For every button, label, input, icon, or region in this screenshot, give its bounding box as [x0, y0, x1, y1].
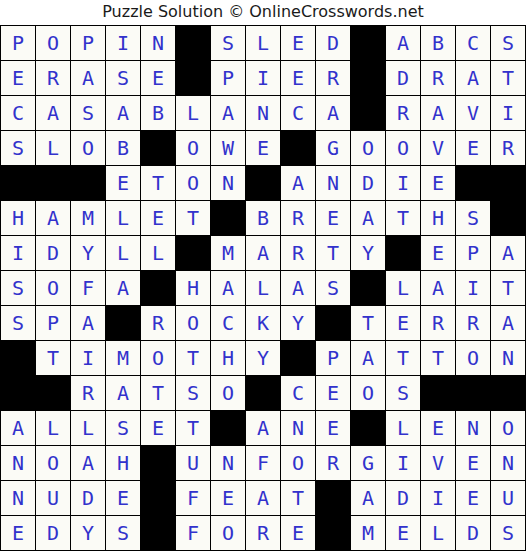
grid-cell-r4c14: E: [456, 131, 490, 165]
grid-cell-r14c8: A: [246, 481, 280, 515]
grid-cell-r1c5: N: [141, 26, 175, 60]
grid-cell-r10c5: O: [141, 341, 175, 375]
grid-cell-r12c9: N: [281, 411, 315, 445]
grid-cell-r7c11: Y: [351, 236, 385, 270]
grid-cell-r1c4: I: [106, 26, 140, 60]
black-cell-r14c10: [316, 481, 350, 515]
grid-cell-r13c1: N: [1, 446, 35, 480]
grid-cell-r4c3: O: [71, 131, 105, 165]
black-cell-r2c6: [176, 61, 210, 95]
grid-cell-r3c12: R: [386, 96, 420, 130]
grid-cell-r3c15: I: [491, 96, 525, 130]
grid-cell-r15c6: F: [176, 516, 210, 550]
grid-cell-r13c9: O: [281, 446, 315, 480]
grid-cell-r1c7: S: [211, 26, 245, 60]
black-cell-r5c3: [71, 166, 105, 200]
grid-cell-r1c1: P: [1, 26, 35, 60]
grid-cell-r6c12: T: [386, 201, 420, 235]
grid-cell-r8c10: S: [316, 271, 350, 305]
grid-cell-r6c13: H: [421, 201, 455, 235]
grid-cell-r4c8: E: [246, 131, 280, 165]
puzzle-solution-page: Puzzle Solution © OnlineCrosswords.net P…: [0, 0, 526, 551]
grid-cell-r4c4: B: [106, 131, 140, 165]
grid-cell-r7c4: L: [106, 236, 140, 270]
grid-cell-r12c8: A: [246, 411, 280, 445]
grid-cell-r15c3: Y: [71, 516, 105, 550]
grid-cell-r12c1: A: [1, 411, 35, 445]
black-cell-r11c8: [246, 376, 280, 410]
grid-cell-r15c13: L: [421, 516, 455, 550]
grid-cell-r14c11: A: [351, 481, 385, 515]
grid-cell-r9c1: S: [1, 306, 35, 340]
grid-cell-r2c7: P: [211, 61, 245, 95]
grid-cell-r6c5: E: [141, 201, 175, 235]
grid-cell-r14c6: F: [176, 481, 210, 515]
grid-cell-r15c9: E: [281, 516, 315, 550]
grid-cell-r15c15: S: [491, 516, 525, 550]
grid-cell-r11c3: R: [71, 376, 105, 410]
grid-cell-r6c2: A: [36, 201, 70, 235]
grid-cell-r5c9: A: [281, 166, 315, 200]
grid-cell-r2c12: D: [386, 61, 420, 95]
black-cell-r5c8: [246, 166, 280, 200]
grid-cell-r9c5: R: [141, 306, 175, 340]
grid-cell-r9c2: P: [36, 306, 70, 340]
black-cell-r2c11: [351, 61, 385, 95]
grid-cell-r13c13: V: [421, 446, 455, 480]
grid-cell-r2c2: R: [36, 61, 70, 95]
black-cell-r11c15: [491, 376, 525, 410]
grid-cell-r9c14: R: [456, 306, 490, 340]
grid-cell-r8c6: H: [176, 271, 210, 305]
grid-cell-r11c4: A: [106, 376, 140, 410]
grid-cell-r4c12: O: [386, 131, 420, 165]
grid-cell-r7c5: L: [141, 236, 175, 270]
grid-cell-r1c3: P: [71, 26, 105, 60]
grid-cell-r9c6: O: [176, 306, 210, 340]
black-cell-r7c6: [176, 236, 210, 270]
grid-cell-r7c3: Y: [71, 236, 105, 270]
grid-cell-r1c2: O: [36, 26, 70, 60]
grid-cell-r3c4: A: [106, 96, 140, 130]
grid-cell-r10c6: T: [176, 341, 210, 375]
grid-cell-r2c9: E: [281, 61, 315, 95]
grid-cell-r4c2: L: [36, 131, 70, 165]
grid-cell-r10c2: T: [36, 341, 70, 375]
grid-cell-r14c7: E: [211, 481, 245, 515]
grid-cell-r13c12: I: [386, 446, 420, 480]
grid-cell-r8c2: O: [36, 271, 70, 305]
grid-cell-r10c12: T: [386, 341, 420, 375]
grid-cell-r9c3: A: [71, 306, 105, 340]
grid-cell-r8c7: A: [211, 271, 245, 305]
grid-cell-r7c15: A: [491, 236, 525, 270]
grid-cell-r1c10: D: [316, 26, 350, 60]
grid-cell-r14c13: I: [421, 481, 455, 515]
grid-cell-r8c14: I: [456, 271, 490, 305]
grid-cell-r9c7: C: [211, 306, 245, 340]
black-cell-r14c5: [141, 481, 175, 515]
grid-cell-r3c2: A: [36, 96, 70, 130]
grid-cell-r15c12: E: [386, 516, 420, 550]
grid-cell-r1c8: L: [246, 26, 280, 60]
black-cell-r5c15: [491, 166, 525, 200]
grid-cell-r1c9: E: [281, 26, 315, 60]
grid-cell-r3c6: L: [176, 96, 210, 130]
grid-cell-r6c6: T: [176, 201, 210, 235]
grid-cell-r15c4: S: [106, 516, 140, 550]
grid-cell-r12c14: N: [456, 411, 490, 445]
grid-cell-r8c1: S: [1, 271, 35, 305]
grid-cell-r4c7: W: [211, 131, 245, 165]
grid-cell-r8c8: L: [246, 271, 280, 305]
grid-cell-r15c14: D: [456, 516, 490, 550]
black-cell-r4c5: [141, 131, 175, 165]
grid-cell-r1c15: S: [491, 26, 525, 60]
grid-cell-r15c7: O: [211, 516, 245, 550]
black-cell-r4c9: [281, 131, 315, 165]
grid-cell-r2c13: R: [421, 61, 455, 95]
grid-cell-r8c13: A: [421, 271, 455, 305]
grid-cell-r3c5: B: [141, 96, 175, 130]
black-cell-r6c15: [491, 201, 525, 235]
black-cell-r5c14: [456, 166, 490, 200]
grid-cell-r11c5: T: [141, 376, 175, 410]
grid-cell-r10c11: A: [351, 341, 385, 375]
black-cell-r12c11: [351, 411, 385, 445]
grid-cell-r6c1: H: [1, 201, 35, 235]
grid-cell-r6c9: R: [281, 201, 315, 235]
grid-cell-r6c3: M: [71, 201, 105, 235]
grid-cell-r4c6: O: [176, 131, 210, 165]
grid-cell-r12c4: S: [106, 411, 140, 445]
grid-cell-r11c6: S: [176, 376, 210, 410]
grid-cell-r10c10: P: [316, 341, 350, 375]
grid-cell-r5c7: N: [211, 166, 245, 200]
black-cell-r11c13: [421, 376, 455, 410]
grid-cell-r5c6: O: [176, 166, 210, 200]
grid-cell-r9c8: K: [246, 306, 280, 340]
grid-cell-r7c9: R: [281, 236, 315, 270]
grid-cell-r2c8: I: [246, 61, 280, 95]
grid-cell-r7c7: M: [211, 236, 245, 270]
black-cell-r3c11: [351, 96, 385, 130]
black-cell-r7c12: [386, 236, 420, 270]
grid-cell-r14c2: U: [36, 481, 70, 515]
grid-cell-r8c3: F: [71, 271, 105, 305]
black-cell-r1c11: [351, 26, 385, 60]
grid-cell-r1c12: A: [386, 26, 420, 60]
grid-cell-r12c12: L: [386, 411, 420, 445]
grid-cell-r13c11: G: [351, 446, 385, 480]
black-cell-r13c5: [141, 446, 175, 480]
page-title: Puzzle Solution © OnlineCrosswords.net: [0, 0, 526, 25]
grid-cell-r12c5: E: [141, 411, 175, 445]
grid-cell-r13c7: N: [211, 446, 245, 480]
grid-cell-r2c10: R: [316, 61, 350, 95]
grid-cell-r14c9: T: [281, 481, 315, 515]
grid-cell-r9c15: A: [491, 306, 525, 340]
grid-cell-r7c13: E: [421, 236, 455, 270]
grid-cell-r11c12: S: [386, 376, 420, 410]
grid-cell-r7c2: D: [36, 236, 70, 270]
black-cell-r11c14: [456, 376, 490, 410]
grid-cell-r10c13: T: [421, 341, 455, 375]
grid-cell-r11c7: O: [211, 376, 245, 410]
black-cell-r10c9: [281, 341, 315, 375]
grid-cell-r2c14: A: [456, 61, 490, 95]
grid-cell-r10c3: I: [71, 341, 105, 375]
black-cell-r12c7: [211, 411, 245, 445]
grid-cell-r3c1: C: [1, 96, 35, 130]
grid-cell-r11c11: O: [351, 376, 385, 410]
grid-cell-r9c9: Y: [281, 306, 315, 340]
grid-cell-r14c1: N: [1, 481, 35, 515]
grid-cell-r8c9: A: [281, 271, 315, 305]
grid-cell-r15c1: E: [1, 516, 35, 550]
grid-cell-r7c8: A: [246, 236, 280, 270]
grid-cell-r3c8: N: [246, 96, 280, 130]
grid-cell-r5c4: E: [106, 166, 140, 200]
grid-cell-r6c8: B: [246, 201, 280, 235]
grid-cell-r12c3: L: [71, 411, 105, 445]
grid-cell-r3c14: V: [456, 96, 490, 130]
black-cell-r9c10: [316, 306, 350, 340]
grid-cell-r7c1: I: [1, 236, 35, 270]
black-cell-r6c7: [211, 201, 245, 235]
black-cell-r8c5: [141, 271, 175, 305]
grid-cell-r13c10: R: [316, 446, 350, 480]
grid-cell-r14c14: E: [456, 481, 490, 515]
grid-cell-r4c11: O: [351, 131, 385, 165]
grid-cell-r12c2: L: [36, 411, 70, 445]
grid-cell-r3c13: A: [421, 96, 455, 130]
black-cell-r15c5: [141, 516, 175, 550]
grid-cell-r5c5: T: [141, 166, 175, 200]
black-cell-r1c6: [176, 26, 210, 60]
grid-cell-r8c15: T: [491, 271, 525, 305]
grid-cell-r12c15: O: [491, 411, 525, 445]
grid-cell-r2c5: E: [141, 61, 175, 95]
grid-cell-r1c13: B: [421, 26, 455, 60]
grid-cell-r2c3: A: [71, 61, 105, 95]
grid-cell-r14c3: D: [71, 481, 105, 515]
grid-cell-r4c15: R: [491, 131, 525, 165]
black-cell-r11c2: [36, 376, 70, 410]
grid-cell-r7c14: P: [456, 236, 490, 270]
black-cell-r11c1: [1, 376, 35, 410]
grid-cell-r14c4: E: [106, 481, 140, 515]
crossword-grid: POPINSLEDABCSERASEPIERDRATCASABLANCARAVI…: [0, 25, 526, 551]
grid-cell-r10c4: M: [106, 341, 140, 375]
black-cell-r15c10: [316, 516, 350, 550]
grid-cell-r12c6: T: [176, 411, 210, 445]
grid-cell-r11c10: E: [316, 376, 350, 410]
grid-cell-r6c11: A: [351, 201, 385, 235]
grid-cell-r5c11: D: [351, 166, 385, 200]
grid-cell-r10c8: Y: [246, 341, 280, 375]
grid-cell-r15c8: R: [246, 516, 280, 550]
grid-cell-r4c13: V: [421, 131, 455, 165]
black-cell-r5c1: [1, 166, 35, 200]
grid-cell-r6c14: S: [456, 201, 490, 235]
black-cell-r10c1: [1, 341, 35, 375]
grid-cell-r5c10: N: [316, 166, 350, 200]
grid-cell-r5c12: I: [386, 166, 420, 200]
grid-cell-r5c13: E: [421, 166, 455, 200]
grid-cell-r3c7: A: [211, 96, 245, 130]
grid-cell-r15c11: M: [351, 516, 385, 550]
grid-cell-r10c14: O: [456, 341, 490, 375]
grid-cell-r3c10: A: [316, 96, 350, 130]
grid-cell-r2c15: T: [491, 61, 525, 95]
grid-cell-r8c4: A: [106, 271, 140, 305]
black-cell-r9c4: [106, 306, 140, 340]
grid-cell-r3c9: C: [281, 96, 315, 130]
grid-cell-r13c4: H: [106, 446, 140, 480]
grid-cell-r9c11: T: [351, 306, 385, 340]
grid-cell-r15c2: D: [36, 516, 70, 550]
grid-cell-r13c15: N: [491, 446, 525, 480]
grid-cell-r3c3: S: [71, 96, 105, 130]
grid-cell-r8c12: L: [386, 271, 420, 305]
grid-cell-r7c10: T: [316, 236, 350, 270]
grid-cell-r13c3: A: [71, 446, 105, 480]
grid-cell-r6c10: E: [316, 201, 350, 235]
grid-cell-r11c9: C: [281, 376, 315, 410]
grid-cell-r6c4: L: [106, 201, 140, 235]
grid-cell-r1c14: C: [456, 26, 490, 60]
grid-cell-r2c4: S: [106, 61, 140, 95]
black-cell-r8c11: [351, 271, 385, 305]
grid-cell-r4c10: G: [316, 131, 350, 165]
grid-cell-r13c2: O: [36, 446, 70, 480]
grid-cell-r13c6: U: [176, 446, 210, 480]
grid-cell-r13c14: E: [456, 446, 490, 480]
grid-cell-r9c12: E: [386, 306, 420, 340]
grid-cell-r4c1: S: [1, 131, 35, 165]
grid-cell-r14c15: U: [491, 481, 525, 515]
grid-cell-r2c1: E: [1, 61, 35, 95]
grid-cell-r9c13: R: [421, 306, 455, 340]
grid-cell-r10c7: H: [211, 341, 245, 375]
grid-cell-r13c8: F: [246, 446, 280, 480]
grid-cell-r14c12: D: [386, 481, 420, 515]
black-cell-r5c2: [36, 166, 70, 200]
grid-cell-r10c15: N: [491, 341, 525, 375]
grid-cell-r12c13: E: [421, 411, 455, 445]
grid-cell-r12c10: E: [316, 411, 350, 445]
